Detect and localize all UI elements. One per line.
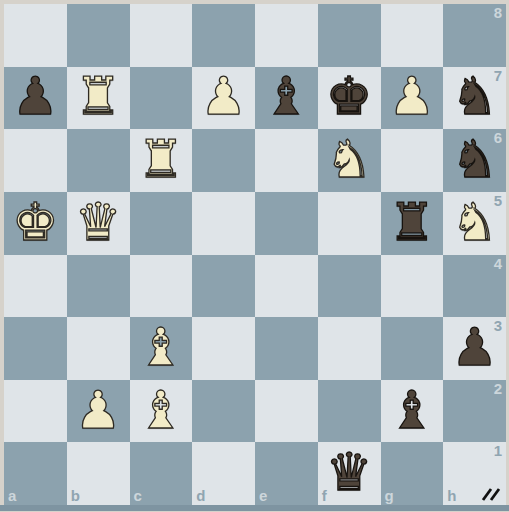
piece-white-king-a5[interactable]: ♚ [12,196,59,251]
square-f6[interactable]: ♞ [318,129,381,192]
square-b4[interactable] [67,255,130,318]
piece-black-pawn-h3[interactable]: ♟ [451,321,498,376]
square-h4[interactable]: 4 [443,255,506,318]
square-e4[interactable] [255,255,318,318]
file-label-e: e [259,488,267,505]
piece-white-rook-b7[interactable]: ♜ [75,70,122,125]
square-a2[interactable] [4,380,67,443]
board-frame: 8♟♜♟♝♚♟♞7♜♞♞6♚♛♜♞54♝♟3♟♝♝2abcde♛fg1h [0,0,509,512]
square-b3[interactable] [67,317,130,380]
rank-label-7: 7 [494,68,502,85]
square-b1[interactable]: b [67,442,130,505]
file-label-h: h [447,488,456,505]
piece-black-bishop-e7[interactable]: ♝ [263,70,310,125]
square-c2[interactable]: ♝ [130,380,193,443]
piece-white-pawn-g7[interactable]: ♟ [389,70,436,125]
square-f8[interactable] [318,4,381,67]
rank-label-4: 4 [494,256,502,273]
piece-black-knight-h6[interactable]: ♞ [451,133,498,188]
piece-white-queen-b5[interactable]: ♛ [75,196,122,251]
square-b6[interactable] [67,129,130,192]
file-label-g: g [385,488,394,505]
square-a6[interactable] [4,129,67,192]
square-e3[interactable] [255,317,318,380]
square-f2[interactable] [318,380,381,443]
square-g5[interactable]: ♜ [381,192,444,255]
file-label-c: c [134,488,142,505]
square-g6[interactable] [381,129,444,192]
square-a5[interactable]: ♚ [4,192,67,255]
square-e6[interactable] [255,129,318,192]
square-g2[interactable]: ♝ [381,380,444,443]
square-h2[interactable]: 2 [443,380,506,443]
square-g1[interactable]: g [381,442,444,505]
piece-black-king-f7[interactable]: ♚ [326,70,373,125]
square-h6[interactable]: ♞6 [443,129,506,192]
square-d6[interactable] [192,129,255,192]
square-c4[interactable] [130,255,193,318]
square-c6[interactable]: ♜ [130,129,193,192]
square-a3[interactable] [4,317,67,380]
rank-label-8: 8 [494,5,502,22]
square-d3[interactable] [192,317,255,380]
square-f5[interactable] [318,192,381,255]
piece-white-bishop-c2[interactable]: ♝ [138,384,185,439]
square-d5[interactable] [192,192,255,255]
piece-white-knight-h5[interactable]: ♞ [451,196,498,251]
piece-black-rook-g5[interactable]: ♜ [389,196,436,251]
rank-label-5: 5 [494,193,502,210]
square-f7[interactable]: ♚ [318,67,381,130]
square-b5[interactable]: ♛ [67,192,130,255]
square-e5[interactable] [255,192,318,255]
square-d4[interactable] [192,255,255,318]
square-e2[interactable] [255,380,318,443]
piece-black-queen-f1[interactable]: ♛ [326,446,373,501]
piece-white-knight-f6[interactable]: ♞ [326,133,373,188]
piece-white-bishop-c3[interactable]: ♝ [138,321,185,376]
square-h3[interactable]: ♟3 [443,317,506,380]
square-a8[interactable] [4,4,67,67]
rank-label-2: 2 [494,381,502,398]
square-g8[interactable] [381,4,444,67]
square-e8[interactable] [255,4,318,67]
square-b8[interactable] [67,4,130,67]
square-c1[interactable]: c [130,442,193,505]
square-g4[interactable] [381,255,444,318]
square-a4[interactable] [4,255,67,318]
square-f1[interactable]: ♛f [318,442,381,505]
square-h1[interactable]: 1h [443,442,506,505]
file-label-f: f [322,488,327,505]
square-c3[interactable]: ♝ [130,317,193,380]
square-d8[interactable] [192,4,255,67]
file-label-a: a [8,488,16,505]
piece-black-knight-h7[interactable]: ♞ [451,70,498,125]
square-f3[interactable] [318,317,381,380]
rank-label-6: 6 [494,130,502,147]
square-a7[interactable]: ♟ [4,67,67,130]
board-bottom-edge [0,505,509,511]
square-a1[interactable]: a [4,442,67,505]
piece-white-pawn-b2[interactable]: ♟ [75,384,122,439]
square-c7[interactable] [130,67,193,130]
piece-black-pawn-a7[interactable]: ♟ [12,70,59,125]
file-label-b: b [71,488,80,505]
square-e1[interactable]: e [255,442,318,505]
square-d1[interactable]: d [192,442,255,505]
piece-white-pawn-d7[interactable]: ♟ [200,70,247,125]
square-b2[interactable]: ♟ [67,380,130,443]
piece-black-bishop-g2[interactable]: ♝ [389,384,436,439]
square-h7[interactable]: ♞7 [443,67,506,130]
square-e7[interactable]: ♝ [255,67,318,130]
chess-board: 8♟♜♟♝♚♟♞7♜♞♞6♚♛♜♞54♝♟3♟♝♝2abcde♛fg1h [4,4,506,505]
square-g7[interactable]: ♟ [381,67,444,130]
square-d2[interactable] [192,380,255,443]
rank-label-3: 3 [494,318,502,335]
rank-label-1: 1 [494,443,502,460]
square-c5[interactable] [130,192,193,255]
black-to-move-icon [480,488,502,501]
square-b7[interactable]: ♜ [67,67,130,130]
piece-white-rook-c6[interactable]: ♜ [138,133,185,188]
square-f4[interactable] [318,255,381,318]
square-c8[interactable] [130,4,193,67]
square-g3[interactable] [381,317,444,380]
square-h8[interactable]: 8 [443,4,506,67]
file-label-d: d [196,488,205,505]
square-h5[interactable]: ♞5 [443,192,506,255]
square-d7[interactable]: ♟ [192,67,255,130]
